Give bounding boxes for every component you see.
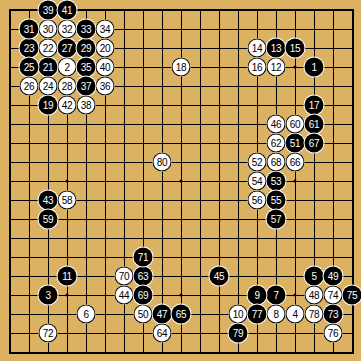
stone-black-57: 57 <box>267 210 286 229</box>
stone-white-62: 62 <box>267 134 286 153</box>
stone-white-18: 18 <box>172 58 191 77</box>
stone-white-42: 42 <box>58 96 77 115</box>
stone-black-15: 15 <box>286 39 305 58</box>
star-point <box>66 294 69 297</box>
stone-white-48: 48 <box>305 286 324 305</box>
stone-white-46: 46 <box>267 115 286 134</box>
stone-white-52: 52 <box>248 153 267 172</box>
stone-white-2: 2 <box>58 58 77 77</box>
stone-black-59: 59 <box>39 210 58 229</box>
stone-black-53: 53 <box>267 172 286 191</box>
stone-white-4: 4 <box>286 305 305 324</box>
stone-white-20: 20 <box>96 39 115 58</box>
stone-white-78: 78 <box>305 305 324 324</box>
stone-white-80: 80 <box>153 153 172 172</box>
stone-white-10: 10 <box>229 305 248 324</box>
stone-black-51: 51 <box>286 134 305 153</box>
stone-black-47: 47 <box>153 305 172 324</box>
stone-white-58: 58 <box>58 191 77 210</box>
stone-white-66: 66 <box>286 153 305 172</box>
stone-white-26: 26 <box>20 77 39 96</box>
stone-black-49: 49 <box>324 267 343 286</box>
stone-black-69: 69 <box>134 286 153 305</box>
stone-white-54: 54 <box>248 172 267 191</box>
stone-white-76: 76 <box>324 324 343 343</box>
stone-white-32: 32 <box>58 20 77 39</box>
stone-white-38: 38 <box>77 96 96 115</box>
star-point <box>180 180 183 183</box>
stone-white-16: 16 <box>248 58 267 77</box>
stone-white-68: 68 <box>267 153 286 172</box>
go-board[interactable]: 1234567891011121314151617181920212223242… <box>0 0 361 361</box>
stone-white-14: 14 <box>248 39 267 58</box>
star-point <box>180 294 183 297</box>
stone-white-8: 8 <box>267 305 286 324</box>
stone-black-63: 63 <box>134 267 153 286</box>
stone-black-9: 9 <box>248 286 267 305</box>
star-point <box>294 294 297 297</box>
stone-white-36: 36 <box>96 77 115 96</box>
stone-white-50: 50 <box>134 305 153 324</box>
stone-black-43: 43 <box>39 191 58 210</box>
star-point <box>66 180 69 183</box>
stone-black-5: 5 <box>305 267 324 286</box>
star-point <box>294 180 297 183</box>
stone-black-37: 37 <box>77 77 96 96</box>
stone-white-28: 28 <box>58 77 77 96</box>
stone-black-65: 65 <box>172 305 191 324</box>
stone-black-21: 21 <box>39 58 58 77</box>
stone-white-72: 72 <box>39 324 58 343</box>
stone-black-27: 27 <box>58 39 77 58</box>
stone-black-13: 13 <box>267 39 286 58</box>
stone-black-61: 61 <box>305 115 324 134</box>
stone-white-44: 44 <box>115 286 134 305</box>
stone-white-64: 64 <box>153 324 172 343</box>
stone-white-74: 74 <box>324 286 343 305</box>
stone-black-45: 45 <box>210 267 229 286</box>
stone-black-73: 73 <box>324 305 343 324</box>
stone-white-34: 34 <box>96 20 115 39</box>
stone-white-60: 60 <box>286 115 305 134</box>
stone-white-12: 12 <box>267 58 286 77</box>
stone-black-29: 29 <box>77 39 96 58</box>
stone-black-41: 41 <box>58 1 77 20</box>
stone-black-1: 1 <box>305 58 324 77</box>
stone-black-25: 25 <box>20 58 39 77</box>
stone-black-71: 71 <box>134 248 153 267</box>
stone-black-33: 33 <box>77 20 96 39</box>
stone-black-35: 35 <box>77 58 96 77</box>
stone-black-19: 19 <box>39 96 58 115</box>
stone-black-79: 79 <box>229 324 248 343</box>
stone-black-11: 11 <box>58 267 77 286</box>
stone-black-23: 23 <box>20 39 39 58</box>
stone-black-77: 77 <box>248 305 267 324</box>
star-point <box>294 66 297 69</box>
stone-white-30: 30 <box>39 20 58 39</box>
stone-white-40: 40 <box>96 58 115 77</box>
stone-black-75: 75 <box>343 286 361 305</box>
stone-black-39: 39 <box>39 1 58 20</box>
stone-white-24: 24 <box>39 77 58 96</box>
stone-black-55: 55 <box>267 191 286 210</box>
stone-black-17: 17 <box>305 96 324 115</box>
stone-white-22: 22 <box>39 39 58 58</box>
stone-white-70: 70 <box>115 267 134 286</box>
stone-black-3: 3 <box>39 286 58 305</box>
stone-black-7: 7 <box>267 286 286 305</box>
stone-black-67: 67 <box>305 134 324 153</box>
stone-white-6: 6 <box>77 305 96 324</box>
stone-black-31: 31 <box>20 20 39 39</box>
stone-white-56: 56 <box>248 191 267 210</box>
